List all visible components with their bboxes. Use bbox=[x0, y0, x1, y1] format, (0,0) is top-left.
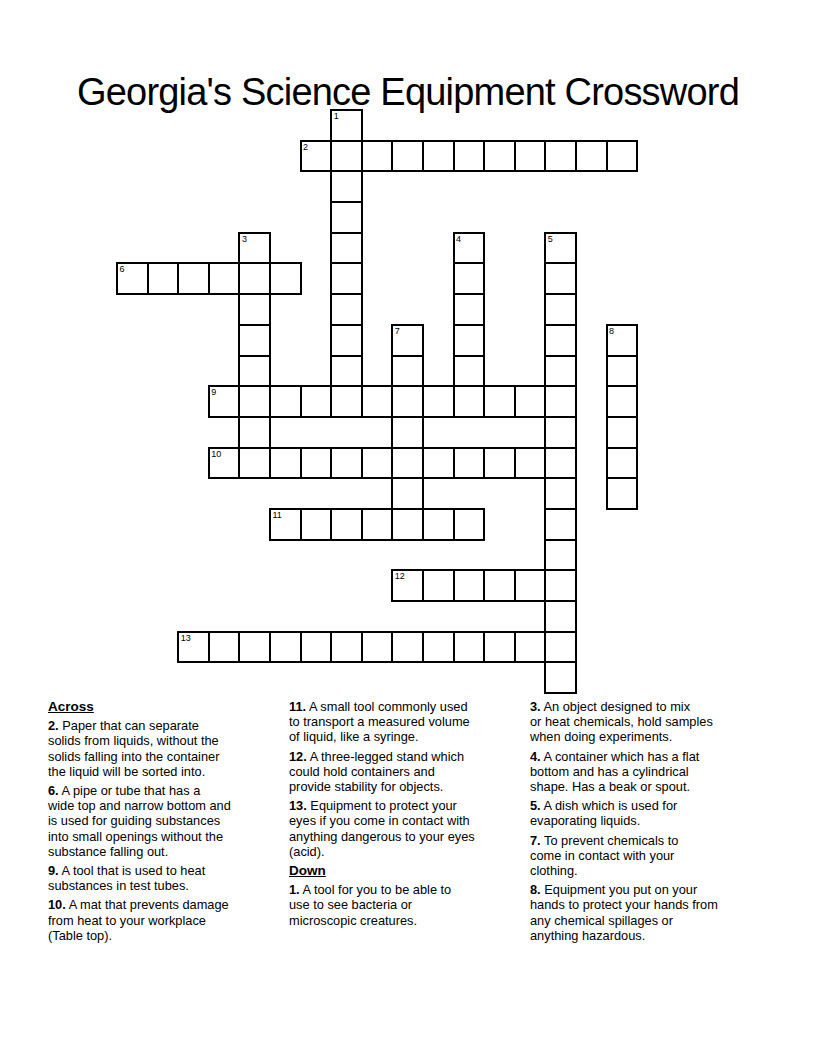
clue-item: 3. An object designed to mix or heat che… bbox=[530, 699, 763, 745]
grid-cell[interactable] bbox=[391, 631, 424, 664]
grid-cell[interactable] bbox=[330, 232, 363, 265]
grid-cell[interactable] bbox=[269, 262, 302, 295]
clue-number: 13. bbox=[289, 798, 307, 813]
grid-cell[interactable] bbox=[422, 140, 455, 173]
grid-cell[interactable] bbox=[330, 447, 363, 480]
grid-cell[interactable] bbox=[422, 508, 455, 541]
clue-number: 8. bbox=[530, 882, 541, 897]
grid-cell[interactable] bbox=[453, 324, 486, 357]
clue-item: 2. Paper that can separate solids from l… bbox=[48, 718, 281, 779]
clue-number: 10. bbox=[48, 897, 66, 912]
grid-cell[interactable] bbox=[544, 416, 577, 449]
grid-cell[interactable] bbox=[483, 447, 516, 480]
grid-cell[interactable] bbox=[391, 508, 424, 541]
grid-cell[interactable] bbox=[544, 293, 577, 326]
clue-item: 1. A tool for you to be able to use to s… bbox=[289, 882, 522, 928]
clue-number: 3. bbox=[530, 699, 541, 714]
grid-cell[interactable] bbox=[238, 385, 271, 418]
clue-header-down: Down bbox=[289, 863, 522, 878]
clue-text: A pipe or tube that has a wide top and n… bbox=[48, 783, 231, 859]
grid-cell[interactable] bbox=[238, 416, 271, 449]
grid-cell[interactable] bbox=[147, 262, 180, 295]
page-title: Georgia's Science Equipment Crossword bbox=[0, 73, 816, 111]
grid-cell[interactable] bbox=[330, 262, 363, 295]
grid-cell[interactable]: 6 bbox=[116, 262, 149, 295]
grid-cell[interactable] bbox=[453, 140, 486, 173]
clue-text: Paper that can separate solids from liqu… bbox=[48, 718, 219, 779]
clue-text: A dish which is used for evaporating liq… bbox=[530, 798, 677, 828]
grid-cell[interactable] bbox=[514, 447, 547, 480]
clue-number: 6. bbox=[48, 783, 59, 798]
grid-cell[interactable] bbox=[453, 508, 486, 541]
grid-cell[interactable] bbox=[606, 355, 639, 388]
grid-cell[interactable] bbox=[391, 447, 424, 480]
grid-cell[interactable]: 13 bbox=[177, 631, 210, 664]
grid-cell[interactable] bbox=[606, 416, 639, 449]
grid-cell[interactable] bbox=[544, 600, 577, 633]
clue-text: A small tool commonly used to transport … bbox=[289, 699, 470, 744]
grid-cell[interactable] bbox=[422, 631, 455, 664]
grid-cell[interactable] bbox=[544, 262, 577, 295]
grid-cell[interactable]: 11 bbox=[269, 508, 302, 541]
grid-cell[interactable] bbox=[453, 385, 486, 418]
grid-cell[interactable] bbox=[606, 140, 639, 173]
grid-cell[interactable] bbox=[453, 355, 486, 388]
clue-number: 1. bbox=[289, 882, 300, 897]
clue-item: 9. A tool that is used to heat substance… bbox=[48, 863, 281, 893]
clue-header-across: Across bbox=[48, 699, 281, 714]
grid-cell[interactable] bbox=[453, 569, 486, 602]
grid-cell[interactable] bbox=[544, 385, 577, 418]
grid-cell[interactable] bbox=[544, 569, 577, 602]
grid-cell[interactable] bbox=[544, 477, 577, 510]
grid-cell[interactable]: 8 bbox=[606, 324, 639, 357]
grid-cell[interactable] bbox=[361, 447, 394, 480]
clue-item: 7. To prevent chemicals to come in conta… bbox=[530, 833, 763, 879]
cell-number: 6 bbox=[120, 264, 125, 274]
grid-cell[interactable]: 12 bbox=[391, 569, 424, 602]
grid-cell[interactable] bbox=[544, 508, 577, 541]
grid-cell[interactable] bbox=[514, 140, 547, 173]
grid-cell[interactable]: 3 bbox=[238, 232, 271, 265]
grid-cell[interactable] bbox=[330, 385, 363, 418]
clue-item: 8. Equipment you put on your hands to pr… bbox=[530, 882, 763, 943]
grid-cell[interactable] bbox=[238, 324, 271, 357]
grid-cell[interactable] bbox=[391, 416, 424, 449]
clue-number: 9. bbox=[48, 863, 59, 878]
grid-cell[interactable]: 2 bbox=[300, 140, 333, 173]
clue-text: A tool that is used to heat substances i… bbox=[48, 863, 205, 893]
cell-number: 3 bbox=[242, 234, 247, 244]
grid-cell[interactable] bbox=[208, 262, 241, 295]
clue-number: 2. bbox=[48, 718, 59, 733]
clue-text: Equipment to protect your eyes if you co… bbox=[289, 798, 475, 859]
grid-cell[interactable] bbox=[453, 447, 486, 480]
grid-cell[interactable] bbox=[330, 324, 363, 357]
grid-cell[interactable] bbox=[606, 447, 639, 480]
clue-text: Equipment you put on your hands to prote… bbox=[530, 882, 718, 943]
clue-column: 3. An object designed to mix or heat che… bbox=[530, 699, 763, 947]
clue-column: Across2. Paper that can separate solids … bbox=[48, 699, 281, 947]
clue-text: A tool for you to be able to use to see … bbox=[289, 882, 451, 927]
grid-cell[interactable] bbox=[544, 661, 577, 694]
clue-item: 6. A pipe or tube that has a wide top an… bbox=[48, 783, 281, 859]
grid-cell[interactable] bbox=[453, 293, 486, 326]
grid-cell[interactable] bbox=[544, 631, 577, 664]
grid-cell[interactable] bbox=[575, 140, 608, 173]
grid-cell[interactable] bbox=[544, 140, 577, 173]
cell-number: 7 bbox=[395, 326, 400, 336]
cell-number: 4 bbox=[456, 234, 461, 244]
clues-section: Across2. Paper that can separate solids … bbox=[48, 699, 768, 947]
clue-number: 4. bbox=[530, 749, 541, 764]
cell-number: 10 bbox=[211, 449, 221, 459]
grid-cell[interactable] bbox=[300, 631, 333, 664]
grid-cell[interactable] bbox=[391, 140, 424, 173]
grid-cell[interactable]: 4 bbox=[453, 232, 486, 265]
grid-cell[interactable] bbox=[544, 447, 577, 480]
grid-cell[interactable]: 10 bbox=[208, 447, 241, 480]
grid-cell[interactable] bbox=[544, 355, 577, 388]
cell-number: 13 bbox=[181, 633, 191, 643]
grid-cell[interactable] bbox=[514, 569, 547, 602]
grid-cell[interactable] bbox=[361, 140, 394, 173]
grid-cell[interactable] bbox=[361, 631, 394, 664]
clue-item: 5. A dish which is used for evaporating … bbox=[530, 798, 763, 828]
grid-cell[interactable] bbox=[208, 631, 241, 664]
grid-cell[interactable] bbox=[483, 569, 516, 602]
grid-cell[interactable] bbox=[238, 447, 271, 480]
grid-cell[interactable] bbox=[391, 477, 424, 510]
grid-cell[interactable] bbox=[330, 293, 363, 326]
clue-item: 4. A container which has a flat bottom a… bbox=[530, 749, 763, 795]
grid-cell[interactable] bbox=[606, 477, 639, 510]
grid-cell[interactable] bbox=[269, 631, 302, 664]
clue-text: An object designed to mix or heat chemic… bbox=[530, 699, 713, 744]
clue-item: 12. A three-legged stand which could hol… bbox=[289, 749, 522, 795]
grid-cell[interactable] bbox=[300, 385, 333, 418]
grid-cell[interactable] bbox=[483, 385, 516, 418]
grid-cell[interactable] bbox=[514, 385, 547, 418]
crossword-page: Georgia's Science Equipment Crossword 12… bbox=[0, 0, 816, 1056]
clue-text: A three-legged stand which could hold co… bbox=[289, 749, 464, 794]
grid-cell[interactable]: 9 bbox=[208, 385, 241, 418]
grid-cell[interactable] bbox=[361, 508, 394, 541]
grid-cell[interactable] bbox=[330, 140, 363, 173]
clue-number: 11. bbox=[289, 699, 306, 714]
grid-cell[interactable] bbox=[422, 569, 455, 602]
cell-number: 5 bbox=[548, 234, 553, 244]
cell-number: 1 bbox=[334, 111, 339, 121]
grid-cell[interactable] bbox=[300, 447, 333, 480]
cell-number: 12 bbox=[395, 571, 405, 581]
grid-cell[interactable] bbox=[238, 262, 271, 295]
clue-number: 7. bbox=[530, 833, 541, 848]
grid-cell[interactable] bbox=[606, 385, 639, 418]
clue-number: 5. bbox=[530, 798, 541, 813]
cell-number: 8 bbox=[609, 326, 614, 336]
clue-text: To prevent chemicals to come in contact … bbox=[530, 833, 678, 878]
grid-cell[interactable] bbox=[453, 262, 486, 295]
grid-cell[interactable] bbox=[483, 140, 516, 173]
grid-cell[interactable] bbox=[330, 201, 363, 234]
grid-cell[interactable] bbox=[544, 324, 577, 357]
cell-number: 2 bbox=[303, 142, 308, 152]
clue-text: A container which has a flat bottom and … bbox=[530, 749, 699, 794]
grid-cell[interactable]: 5 bbox=[544, 232, 577, 265]
grid-cell[interactable] bbox=[269, 385, 302, 418]
grid-cell[interactable] bbox=[330, 631, 363, 664]
grid-cell[interactable] bbox=[330, 508, 363, 541]
grid-cell[interactable] bbox=[391, 355, 424, 388]
crossword-grid: 12345678910111213 bbox=[117, 110, 637, 693]
grid-cell[interactable] bbox=[238, 293, 271, 326]
grid-cell[interactable] bbox=[514, 631, 547, 664]
grid-cell[interactable] bbox=[422, 447, 455, 480]
cell-number: 9 bbox=[211, 387, 216, 397]
clue-text: A mat that prevents damage from heat to … bbox=[48, 897, 229, 942]
clue-number: 12. bbox=[289, 749, 307, 764]
cell-number: 11 bbox=[272, 510, 281, 520]
grid-cell[interactable] bbox=[391, 385, 424, 418]
grid-cell[interactable] bbox=[330, 355, 363, 388]
grid-cell[interactable] bbox=[330, 170, 363, 203]
grid-cell[interactable]: 1 bbox=[330, 109, 363, 142]
clue-column: 11. A small tool commonly used to transp… bbox=[289, 699, 522, 947]
grid-cell[interactable] bbox=[269, 447, 302, 480]
grid-cell[interactable] bbox=[422, 385, 455, 418]
grid-cell[interactable] bbox=[238, 631, 271, 664]
clue-item: 11. A small tool commonly used to transp… bbox=[289, 699, 522, 745]
grid-cell[interactable] bbox=[483, 631, 516, 664]
grid-cell[interactable] bbox=[238, 355, 271, 388]
grid-cell[interactable] bbox=[361, 385, 394, 418]
grid-cell[interactable] bbox=[544, 539, 577, 572]
grid-cell[interactable] bbox=[300, 508, 333, 541]
grid-cell[interactable] bbox=[453, 631, 486, 664]
clue-item: 13. Equipment to protect your eyes if yo… bbox=[289, 798, 522, 859]
clue-item: 10. A mat that prevents damage from heat… bbox=[48, 897, 281, 943]
grid-cell[interactable] bbox=[177, 262, 210, 295]
grid-cell[interactable]: 7 bbox=[391, 324, 424, 357]
